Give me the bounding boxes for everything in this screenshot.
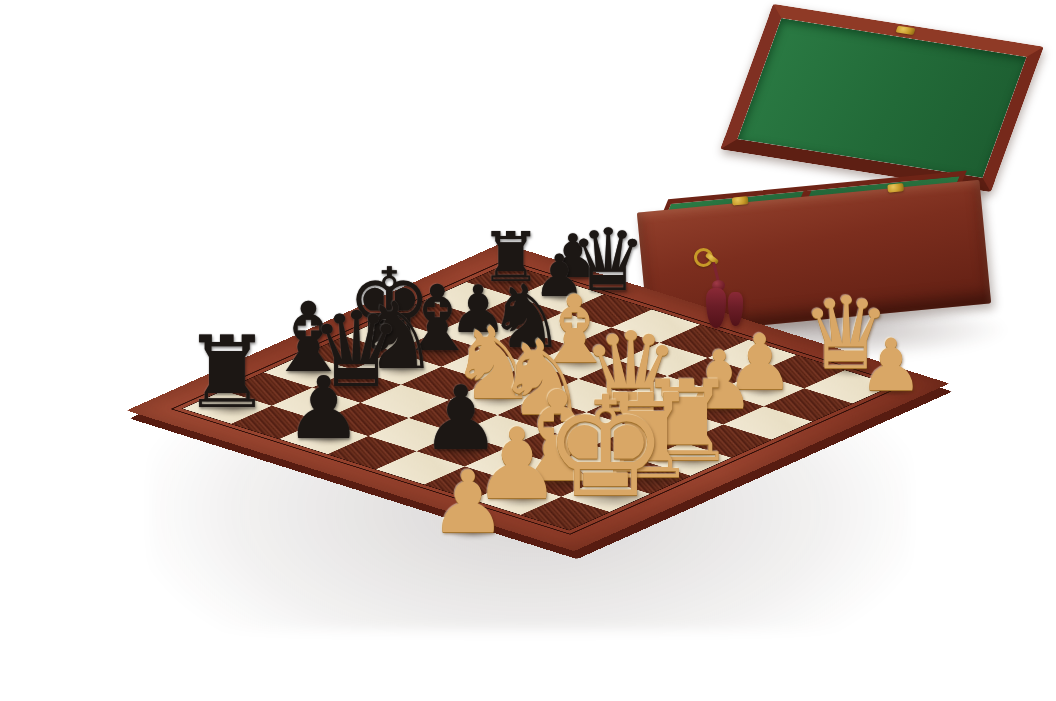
brass-hinge-right-icon [887, 183, 904, 192]
brass-clasp-icon [896, 26, 916, 36]
brass-hinge-left-icon [732, 196, 749, 205]
chess-set-product-photo: ♟♜♛♟♟♚♞♝♝♛♞♝♛♟♟♞♜♟♛♞♟♟♜♜♝♚♟♟ [0, 0, 1056, 701]
storage-box-lid[interactable] [720, 4, 1044, 192]
